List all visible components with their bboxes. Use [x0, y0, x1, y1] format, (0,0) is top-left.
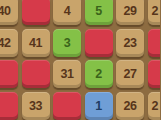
tile-number: 3 — [64, 36, 70, 50]
number-tile-r4c4[interactable]: 1 — [85, 92, 113, 120]
blocker-tile-r4c3 — [53, 92, 81, 120]
tile-number: 23 — [124, 36, 137, 50]
blocker-tile-r3c1 — [0, 60, 18, 88]
number-tile-r3c3[interactable]: 31 — [53, 60, 81, 88]
blocker-tile-r3c6 — [148, 60, 161, 88]
blocker-tile-r2c6 — [148, 29, 161, 57]
blocker-tile-r1c2 — [22, 0, 50, 25]
number-tile-r2c3[interactable]: 3 — [53, 29, 81, 57]
tile-number: 33 — [29, 99, 42, 113]
number-tile-r1c4[interactable]: 5 — [85, 0, 113, 25]
tile-number: 2 — [95, 67, 101, 81]
blocker-tile-r4c1 — [0, 92, 18, 120]
number-tile-r2c2[interactable]: 41 — [22, 29, 50, 57]
number-tile-r2c1[interactable]: 42 — [0, 29, 18, 57]
tile-number: 41 — [29, 36, 42, 50]
number-tile-r3c5[interactable]: 27 — [116, 60, 144, 88]
number-tile-r1c1[interactable]: 40 — [0, 0, 18, 25]
blocker-tile-r2c4 — [85, 29, 113, 57]
tile-number: 2 — [152, 99, 158, 113]
tile-number: 29 — [124, 4, 137, 18]
number-tile-r2c5[interactable]: 23 — [116, 29, 144, 57]
tile-number: 2 — [152, 4, 158, 18]
tile-number: 5 — [95, 4, 101, 18]
number-tile-r1c5[interactable]: 29 — [116, 0, 144, 25]
blocker-tile-r3c2 — [22, 60, 50, 88]
number-tile-r4c2[interactable]: 33 — [22, 92, 50, 120]
tile-number: 26 — [124, 99, 137, 113]
number-tile-r4c6[interactable]: 2 — [148, 92, 161, 120]
number-tile-r4c5[interactable]: 26 — [116, 92, 144, 120]
number-tile-r1c3[interactable]: 4 — [53, 0, 81, 25]
tile-number: 27 — [124, 67, 137, 81]
tile-number: 4 — [64, 4, 70, 18]
tile-number: 42 — [0, 36, 10, 50]
number-tile-r1c6[interactable]: 2 — [148, 0, 161, 25]
number-tile-r3c4[interactable]: 2 — [85, 60, 113, 88]
tile-number: 40 — [0, 4, 10, 18]
board-grid: 4045292424132331227331262 — [0, 0, 160, 120]
tile-number: 31 — [61, 67, 74, 81]
tile-number: 1 — [95, 99, 101, 113]
